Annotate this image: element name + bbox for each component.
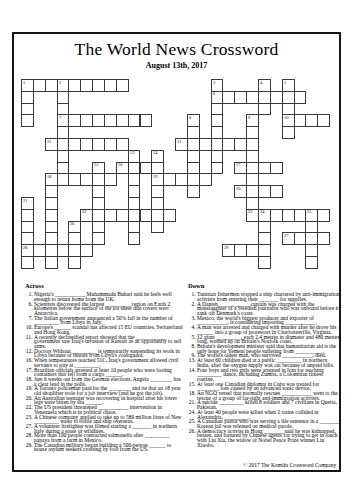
crossword-grid: 1234567891011121314151617181920212223242… [21,79,331,270]
cell-number: 16 [118,162,122,167]
cell-number: 24 [260,209,264,214]
clue-number: 6. [25,301,34,315]
grid-cell-r16c21[interactable] [258,256,271,269]
cell-number: 26 [70,221,74,226]
cell-number: 20 [236,186,240,191]
cell-number: 7 [59,115,61,120]
grid-cell-r14c10[interactable] [128,232,141,245]
cell-number: 4 [260,80,262,85]
puzzle-date: August 13th, 2017 [14,61,339,70]
across-clue-11: 11.A recently declassified report showed… [25,334,184,348]
cell-number: 5 [284,80,286,85]
clue-text: The Canadian military began building a 5… [34,443,184,452]
cell-number: 6 [213,91,215,96]
across-clue-6: 6.Scientists discovered the largest ____… [25,301,184,315]
down-clue-26: 26.A democracy activist in Hong _______ … [188,428,340,447]
grid-cell-r4c11[interactable] [140,114,153,127]
grid-cell-r4c26[interactable] [317,114,330,127]
down-section: Down 1.Tunisian fishermen stopped a ship… [188,282,340,452]
grid-cell-r12c13[interactable] [163,209,176,222]
cell-number: 14 [153,150,157,155]
across-clue-29: 29.The Canadian military began building … [25,443,184,452]
grid-cell-r12c26[interactable] [317,209,330,222]
grid-cell-r9c8[interactable] [104,173,117,186]
cell-number: 11 [47,139,51,144]
grid-cell-r10c15[interactable] [187,185,200,198]
grid-cell-r14c26[interactable] [317,232,330,245]
grid-cell-r15c6[interactable] [80,244,93,257]
clue-number: 26. [188,428,197,447]
cell-number: 15 [94,162,98,167]
grid-cell-r16c5[interactable] [68,256,81,269]
down-clue-2: 2.A Danish ___________ captain was charg… [188,301,340,315]
cell-number: 2 [59,80,61,85]
grid-cell-r9c16[interactable] [199,173,212,186]
clue-number: 2. [188,301,197,315]
grid-cell-r14c7[interactable] [92,232,105,245]
down-clue-list: 1.Tunisian fishermen stopped a ship char… [188,292,340,447]
clue-text: A democracy activist in Hong _______ sai… [197,428,340,447]
across-clue-list: 1.Nigeria's ___________ Muhammadu Buhari… [25,292,184,452]
cell-number: 1 [23,80,25,85]
grid-cell-r8c22[interactable] [270,162,283,175]
cell-number: 10 [284,115,288,120]
cell-number: 19 [153,174,157,179]
grid-cell-r16c1[interactable] [21,256,34,269]
copyright: © 2017 The Komiža Crossword Company [243,462,336,468]
down-heading: Down [188,282,340,290]
grid-cell-r2c24[interactable] [294,91,307,104]
grid-cell-r16c3[interactable] [45,256,58,269]
puzzle-frame: The World News Crossword August 13th, 20… [12,32,341,472]
grid-cell-r10c22[interactable] [270,185,283,198]
cell-number: 21 [23,198,27,203]
puzzle-title: The World News Crossword [14,34,339,60]
cell-number: 25 [307,209,311,214]
across-heading: Across [25,282,184,290]
grid-cell-r4c1[interactable] [21,114,34,127]
grid-cell-r1c9[interactable] [116,79,129,92]
cell-number: 17 [236,162,240,167]
footer: © 2017 The Komiža Crossword Company [150,456,336,468]
cell-number: 13 [130,150,134,155]
cell-number: 8 [189,115,191,120]
clues-section: Across 1.Nigeria's ___________ Muhammadu… [25,282,341,464]
cell-number: 22 [82,209,86,214]
clue-text: Scientists discovered the largest ______… [34,301,184,315]
clue-number: 14. [188,367,197,381]
cell-number: 3 [213,80,215,85]
clue-text: A recently declassified report showed th… [34,334,184,348]
clue-number: 29. [25,443,34,452]
clue-text: Four boys and two girls were arrested in… [197,367,340,381]
cell-number: 18 [47,174,51,179]
cell-number: 27 [284,233,288,238]
cell-number: 23 [248,209,252,214]
page: The World News Crossword August 13th, 20… [0,0,354,500]
grid-cell-r3c21[interactable] [258,103,271,116]
cell-number: 12 [177,139,181,144]
cell-number: 29 [224,245,228,250]
cell-number: 28 [23,245,27,250]
grid-cell-r8c17[interactable] [211,162,224,175]
across-section: Across 1.Nigeria's ___________ Muhammadu… [25,282,184,452]
down-clue-14: 14.Four boys and two girls were arrested… [188,367,340,381]
clue-text: A Danish ___________ captain was charged… [197,301,340,315]
grid-cell-r5c23[interactable] [282,126,295,139]
cell-number: 9 [248,115,250,120]
grid-cell-r16c25[interactable] [305,256,318,269]
clue-number: 11. [25,334,34,348]
grid-cell-r13c12[interactable] [151,221,164,234]
